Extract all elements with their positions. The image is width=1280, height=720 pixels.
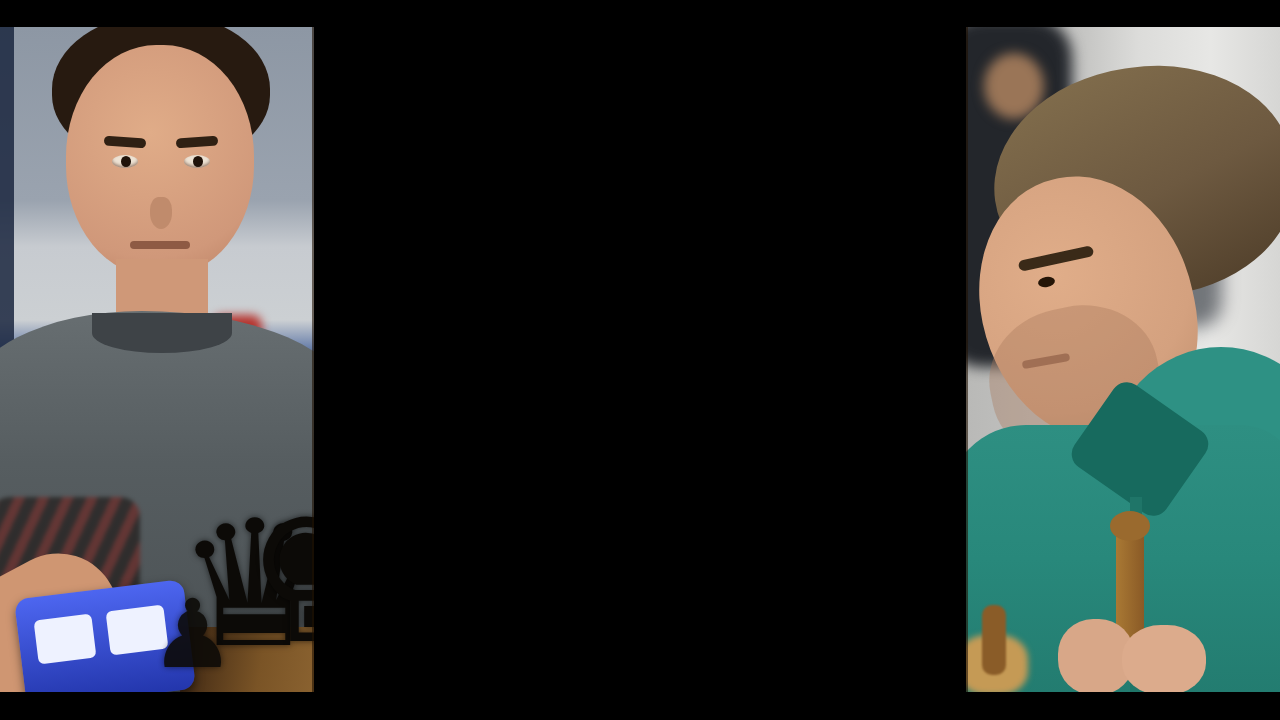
- chess-board-area: [314, 27, 966, 693]
- player-left-collar: [92, 313, 232, 353]
- player-left-pupil: [193, 156, 203, 167]
- player-left-nose: [150, 197, 172, 229]
- right-photo-wood-piece: [982, 605, 1006, 675]
- bottom-letterbox-bar: [0, 692, 1280, 720]
- photo-left-alan-pichot: ♛ ♚ ♟: [0, 27, 314, 693]
- held-chess-piece-top: [1110, 511, 1150, 541]
- chess-board: [314, 27, 966, 693]
- decorative-black-king-silhouette: ♚: [242, 459, 314, 674]
- player-right-hand: [1122, 625, 1206, 693]
- player-left-mouth: [130, 241, 190, 249]
- photo-right-ivan-saric: [966, 27, 1280, 693]
- player-left-pupil: [121, 156, 131, 167]
- chess-clock-display: [34, 614, 97, 665]
- decorative-black-pawn-silhouette: ♟: [150, 587, 235, 682]
- thumbnail-stage: ♛ ♚ ♟: [0, 0, 1280, 720]
- top-letterbox-bar: [0, 0, 1280, 27]
